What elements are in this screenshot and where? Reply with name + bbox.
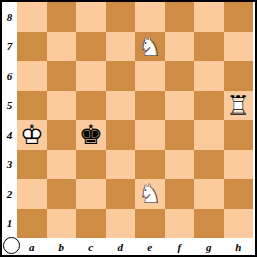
square-d8[interactable] bbox=[106, 2, 136, 32]
file-label-c: c bbox=[76, 238, 106, 255]
square-e6[interactable] bbox=[135, 61, 165, 91]
square-c7[interactable] bbox=[76, 32, 106, 62]
white-king[interactable]: ♚♔ bbox=[20, 120, 44, 150]
square-d3[interactable] bbox=[106, 150, 136, 180]
square-c6[interactable] bbox=[76, 61, 106, 91]
white-knight[interactable]: ♞♘ bbox=[138, 179, 162, 209]
square-h7[interactable] bbox=[224, 32, 254, 62]
rank-label-8: 8 bbox=[2, 2, 17, 32]
rank-label-3: 3 bbox=[2, 150, 17, 180]
square-h3[interactable] bbox=[224, 150, 254, 180]
file-label-e: e bbox=[135, 238, 165, 255]
white-to-move-indicator bbox=[3, 237, 20, 254]
square-g3[interactable] bbox=[194, 150, 224, 180]
square-d2[interactable] bbox=[106, 179, 136, 209]
black-king[interactable]: ♚ bbox=[79, 120, 103, 150]
square-g4[interactable] bbox=[194, 120, 224, 150]
square-h8[interactable] bbox=[224, 2, 254, 32]
square-e3[interactable] bbox=[135, 150, 165, 180]
square-e1[interactable] bbox=[135, 209, 165, 239]
square-d6[interactable] bbox=[106, 61, 136, 91]
square-e8[interactable] bbox=[135, 2, 165, 32]
rank-labels: 87654321 bbox=[2, 2, 17, 238]
square-c1[interactable] bbox=[76, 209, 106, 239]
square-f4[interactable] bbox=[165, 120, 195, 150]
square-f2[interactable] bbox=[165, 179, 195, 209]
square-d1[interactable] bbox=[106, 209, 136, 239]
square-f7[interactable] bbox=[165, 32, 195, 62]
square-f6[interactable] bbox=[165, 61, 195, 91]
square-a8[interactable] bbox=[17, 2, 47, 32]
rank-label-6: 6 bbox=[2, 61, 17, 91]
square-a6[interactable] bbox=[17, 61, 47, 91]
square-h5[interactable]: ♜♖ bbox=[224, 91, 254, 121]
square-b2[interactable] bbox=[47, 179, 77, 209]
chess-board[interactable]: ♞♘♜♖♚♔♚♞♘ bbox=[17, 2, 253, 238]
square-g7[interactable] bbox=[194, 32, 224, 62]
file-label-b: b bbox=[47, 238, 77, 255]
white-king-outline: ♔ bbox=[20, 120, 44, 150]
square-e5[interactable] bbox=[135, 91, 165, 121]
square-h4[interactable] bbox=[224, 120, 254, 150]
square-f1[interactable] bbox=[165, 209, 195, 239]
white-knight-outline: ♘ bbox=[138, 179, 162, 209]
square-d7[interactable] bbox=[106, 32, 136, 62]
rank-label-5: 5 bbox=[2, 91, 17, 121]
square-c3[interactable] bbox=[76, 150, 106, 180]
rank-label-1: 1 bbox=[2, 209, 17, 239]
white-knight-outline: ♘ bbox=[138, 32, 162, 62]
square-c4[interactable]: ♚ bbox=[76, 120, 106, 150]
square-a3[interactable] bbox=[17, 150, 47, 180]
file-label-h: h bbox=[224, 238, 254, 255]
square-b4[interactable] bbox=[47, 120, 77, 150]
square-f3[interactable] bbox=[165, 150, 195, 180]
square-c2[interactable] bbox=[76, 179, 106, 209]
white-rook-outline: ♖ bbox=[226, 91, 250, 121]
white-knight[interactable]: ♞♘ bbox=[138, 32, 162, 62]
square-e4[interactable] bbox=[135, 120, 165, 150]
file-label-g: g bbox=[194, 238, 224, 255]
square-c8[interactable] bbox=[76, 2, 106, 32]
square-g1[interactable] bbox=[194, 209, 224, 239]
square-h1[interactable] bbox=[224, 209, 254, 239]
square-b7[interactable] bbox=[47, 32, 77, 62]
square-c5[interactable] bbox=[76, 91, 106, 121]
black-king-glyph: ♚ bbox=[79, 120, 103, 150]
square-h6[interactable] bbox=[224, 61, 254, 91]
square-a5[interactable] bbox=[17, 91, 47, 121]
square-b5[interactable] bbox=[47, 91, 77, 121]
file-labels: abcdefgh bbox=[17, 238, 253, 255]
square-b1[interactable] bbox=[47, 209, 77, 239]
rank-label-4: 4 bbox=[2, 120, 17, 150]
square-e2[interactable]: ♞♘ bbox=[135, 179, 165, 209]
square-d5[interactable] bbox=[106, 91, 136, 121]
square-a4[interactable]: ♚♔ bbox=[17, 120, 47, 150]
file-label-a: a bbox=[17, 238, 47, 255]
file-label-d: d bbox=[106, 238, 136, 255]
rank-label-2: 2 bbox=[2, 179, 17, 209]
square-g6[interactable] bbox=[194, 61, 224, 91]
square-g8[interactable] bbox=[194, 2, 224, 32]
square-b3[interactable] bbox=[47, 150, 77, 180]
square-h2[interactable] bbox=[224, 179, 254, 209]
square-f8[interactable] bbox=[165, 2, 195, 32]
square-d4[interactable] bbox=[106, 120, 136, 150]
square-f5[interactable] bbox=[165, 91, 195, 121]
chess-diagram: 87654321 ♞♘♜♖♚♔♚♞♘ abcdefgh bbox=[0, 0, 257, 257]
square-b6[interactable] bbox=[47, 61, 77, 91]
square-a2[interactable] bbox=[17, 179, 47, 209]
square-b8[interactable] bbox=[47, 2, 77, 32]
square-g2[interactable] bbox=[194, 179, 224, 209]
white-rook[interactable]: ♜♖ bbox=[226, 91, 250, 121]
rank-label-7: 7 bbox=[2, 32, 17, 62]
square-e7[interactable]: ♞♘ bbox=[135, 32, 165, 62]
square-g5[interactable] bbox=[194, 91, 224, 121]
square-a7[interactable] bbox=[17, 32, 47, 62]
file-label-f: f bbox=[165, 238, 195, 255]
square-a1[interactable] bbox=[17, 209, 47, 239]
